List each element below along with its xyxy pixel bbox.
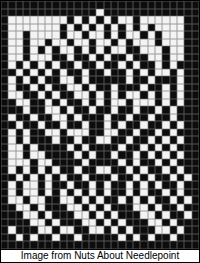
stitch-cell xyxy=(23,144,30,152)
stitch-cell xyxy=(155,136,162,144)
stitch-cell xyxy=(140,31,147,39)
canvas-cell xyxy=(96,31,103,39)
stitch-cell xyxy=(133,16,140,24)
stitch-cell xyxy=(155,99,162,107)
stitch-cell xyxy=(118,76,125,84)
stitch-cell xyxy=(177,61,184,69)
canvas-cell xyxy=(111,174,118,182)
stitch-cell xyxy=(170,151,177,159)
stitch-cell xyxy=(1,166,8,174)
stitch-cell xyxy=(16,241,23,249)
pattern-grid xyxy=(1,1,199,249)
canvas-cell xyxy=(23,16,30,24)
stitch-cell xyxy=(133,24,140,32)
canvas-cell xyxy=(45,106,52,114)
canvas-cell xyxy=(67,196,74,204)
canvas-cell xyxy=(16,196,23,204)
stitch-cell xyxy=(82,9,89,17)
stitch-cell xyxy=(74,219,81,227)
canvas-cell xyxy=(30,16,37,24)
stitch-cell xyxy=(155,151,162,159)
stitch-cell xyxy=(96,241,103,249)
stitch-cell xyxy=(8,204,15,212)
canvas-cell xyxy=(38,61,45,69)
canvas-cell xyxy=(133,234,140,242)
canvas-cell xyxy=(52,24,59,32)
canvas-cell xyxy=(60,226,67,234)
canvas-cell xyxy=(155,129,162,137)
stitch-cell xyxy=(23,196,30,204)
canvas-cell xyxy=(74,136,81,144)
canvas-cell xyxy=(23,106,30,114)
stitch-cell xyxy=(148,226,155,234)
canvas-cell xyxy=(177,46,184,54)
stitch-cell xyxy=(96,174,103,182)
canvas-cell xyxy=(8,31,15,39)
stitch-cell xyxy=(96,16,103,24)
stitch-cell xyxy=(74,181,81,189)
stitch-cell xyxy=(1,69,8,77)
stitch-cell xyxy=(104,46,111,54)
stitch-cell xyxy=(82,234,89,242)
stitch-cell xyxy=(60,24,67,32)
canvas-cell xyxy=(45,16,52,24)
canvas-cell xyxy=(60,196,67,204)
canvas-cell xyxy=(38,16,45,24)
stitch-cell xyxy=(104,99,111,107)
stitch-cell xyxy=(45,121,52,129)
stitch-cell xyxy=(89,174,96,182)
stitch-cell xyxy=(140,234,147,242)
canvas-cell xyxy=(148,54,155,62)
stitch-cell xyxy=(104,144,111,152)
canvas-cell xyxy=(30,84,37,92)
stitch-cell xyxy=(155,189,162,197)
stitch-cell xyxy=(82,189,89,197)
stitch-cell xyxy=(23,39,30,47)
canvas-cell xyxy=(74,234,81,242)
stitch-cell xyxy=(52,9,59,17)
canvas-cell xyxy=(118,196,125,204)
canvas-cell xyxy=(8,129,15,137)
canvas-cell xyxy=(170,219,177,227)
canvas-cell xyxy=(45,99,52,107)
stitch-cell xyxy=(162,114,169,122)
stitch-cell xyxy=(140,241,147,249)
canvas-cell xyxy=(38,159,45,167)
canvas-cell xyxy=(30,234,37,242)
stitch-cell xyxy=(177,1,184,9)
stitch-cell xyxy=(1,174,8,182)
stitch-cell xyxy=(23,226,30,234)
stitch-cell xyxy=(52,181,59,189)
canvas-cell xyxy=(133,91,140,99)
stitch-cell xyxy=(1,46,8,54)
stitch-cell xyxy=(111,61,118,69)
stitch-cell xyxy=(162,174,169,182)
canvas-cell xyxy=(52,234,59,242)
canvas-cell xyxy=(45,84,52,92)
canvas-cell xyxy=(140,166,147,174)
canvas-cell xyxy=(126,181,133,189)
stitch-cell xyxy=(82,226,89,234)
canvas-cell xyxy=(104,121,111,129)
stitch-cell xyxy=(118,181,125,189)
stitch-cell xyxy=(8,234,15,242)
stitch-cell xyxy=(67,211,74,219)
stitch-cell xyxy=(192,31,199,39)
canvas-cell xyxy=(82,46,89,54)
stitch-cell xyxy=(38,69,45,77)
canvas-cell xyxy=(177,136,184,144)
stitch-cell xyxy=(52,241,59,249)
canvas-cell xyxy=(118,99,125,107)
canvas-cell xyxy=(126,31,133,39)
canvas-cell xyxy=(177,24,184,32)
canvas-cell xyxy=(45,174,52,182)
stitch-cell xyxy=(170,84,177,92)
canvas-cell xyxy=(82,121,89,129)
stitch-cell xyxy=(8,9,15,17)
canvas-cell xyxy=(96,136,103,144)
stitch-cell xyxy=(126,144,133,152)
stitch-cell xyxy=(170,166,177,174)
canvas-cell xyxy=(126,69,133,77)
stitch-cell xyxy=(184,121,191,129)
canvas-cell xyxy=(111,46,118,54)
stitch-cell xyxy=(126,61,133,69)
canvas-cell xyxy=(89,16,96,24)
canvas-cell xyxy=(52,16,59,24)
canvas-cell xyxy=(170,61,177,69)
canvas-cell xyxy=(74,129,81,137)
stitch-cell xyxy=(111,54,118,62)
stitch-cell xyxy=(162,61,169,69)
stitch-cell xyxy=(184,99,191,107)
stitch-cell xyxy=(104,241,111,249)
stitch-cell xyxy=(162,9,169,17)
canvas-cell xyxy=(155,69,162,77)
stitch-cell xyxy=(104,24,111,32)
stitch-cell xyxy=(52,46,59,54)
stitch-cell xyxy=(45,9,52,17)
canvas-cell xyxy=(67,144,74,152)
stitch-cell xyxy=(67,166,74,174)
canvas-cell xyxy=(118,219,125,227)
stitch-cell xyxy=(148,84,155,92)
canvas-cell xyxy=(30,46,37,54)
stitch-cell xyxy=(148,61,155,69)
stitch-cell xyxy=(177,174,184,182)
stitch-cell xyxy=(126,84,133,92)
canvas-cell xyxy=(60,189,67,197)
stitch-cell xyxy=(45,136,52,144)
stitch-cell xyxy=(67,159,74,167)
canvas-cell xyxy=(8,84,15,92)
canvas-cell xyxy=(30,39,37,47)
stitch-cell xyxy=(67,1,74,9)
stitch-cell xyxy=(96,1,103,9)
stitch-cell xyxy=(52,121,59,129)
stitch-cell xyxy=(148,121,155,129)
stitch-cell xyxy=(96,189,103,197)
stitch-cell xyxy=(177,196,184,204)
stitch-cell xyxy=(118,211,125,219)
canvas-cell xyxy=(104,219,111,227)
canvas-cell xyxy=(8,24,15,32)
stitch-cell xyxy=(118,54,125,62)
canvas-cell xyxy=(52,219,59,227)
stitch-cell xyxy=(1,54,8,62)
canvas-cell xyxy=(74,211,81,219)
stitch-cell xyxy=(104,91,111,99)
canvas-cell xyxy=(38,39,45,47)
canvas-cell xyxy=(148,211,155,219)
stitch-cell xyxy=(118,1,125,9)
stitch-cell xyxy=(104,226,111,234)
canvas-cell xyxy=(104,129,111,137)
stitch-cell xyxy=(192,241,199,249)
canvas-cell xyxy=(30,211,37,219)
canvas-cell xyxy=(38,54,45,62)
stitch-cell xyxy=(96,114,103,122)
stitch-cell xyxy=(74,121,81,129)
canvas-cell xyxy=(177,16,184,24)
canvas-cell xyxy=(16,159,23,167)
canvas-cell xyxy=(140,181,147,189)
stitch-cell xyxy=(118,136,125,144)
stitch-cell xyxy=(162,106,169,114)
stitch-cell xyxy=(16,181,23,189)
stitch-cell xyxy=(74,24,81,32)
stitch-cell xyxy=(16,136,23,144)
canvas-cell xyxy=(177,99,184,107)
stitch-cell xyxy=(74,144,81,152)
canvas-cell xyxy=(23,181,30,189)
stitch-cell xyxy=(148,9,155,17)
stitch-cell xyxy=(30,204,37,212)
canvas-cell xyxy=(45,31,52,39)
stitch-cell xyxy=(192,46,199,54)
stitch-cell xyxy=(16,9,23,17)
stitch-cell xyxy=(74,9,81,17)
stitch-cell xyxy=(118,24,125,32)
canvas-cell xyxy=(162,16,169,24)
stitch-cell xyxy=(192,174,199,182)
stitch-cell xyxy=(111,1,118,9)
stitch-cell xyxy=(126,99,133,107)
stitch-cell xyxy=(155,91,162,99)
stitch-cell xyxy=(104,61,111,69)
stitch-cell xyxy=(126,46,133,54)
stitch-cell xyxy=(30,226,37,234)
canvas-cell xyxy=(148,151,155,159)
stitch-cell xyxy=(104,234,111,242)
stitch-cell xyxy=(170,9,177,17)
stitch-cell xyxy=(52,196,59,204)
stitch-cell xyxy=(111,234,118,242)
stitch-cell xyxy=(16,61,23,69)
stitch-cell xyxy=(155,166,162,174)
stitch-cell xyxy=(126,9,133,17)
stitch-cell xyxy=(30,136,37,144)
stitch-cell xyxy=(118,204,125,212)
stitch-cell xyxy=(192,91,199,99)
canvas-cell xyxy=(8,61,15,69)
stitch-cell xyxy=(38,136,45,144)
stitch-cell xyxy=(155,1,162,9)
stitch-cell xyxy=(30,9,37,17)
canvas-cell xyxy=(16,54,23,62)
stitch-cell xyxy=(1,1,8,9)
stitch-cell xyxy=(184,54,191,62)
stitch-cell xyxy=(38,144,45,152)
canvas-cell xyxy=(74,31,81,39)
stitch-cell xyxy=(45,39,52,47)
stitch-cell xyxy=(45,151,52,159)
stitch-cell xyxy=(148,144,155,152)
stitch-cell xyxy=(111,159,118,167)
stitch-cell xyxy=(184,234,191,242)
canvas-cell xyxy=(170,129,177,137)
stitch-cell xyxy=(1,76,8,84)
canvas-cell xyxy=(148,76,155,84)
canvas-cell xyxy=(8,181,15,189)
stitch-cell xyxy=(74,159,81,167)
stitch-cell xyxy=(23,69,30,77)
stitch-cell xyxy=(162,54,169,62)
canvas-cell xyxy=(170,31,177,39)
canvas-cell xyxy=(133,174,140,182)
stitch-cell xyxy=(1,234,8,242)
stitch-cell xyxy=(155,196,162,204)
stitch-cell xyxy=(89,166,96,174)
stitch-cell xyxy=(89,234,96,242)
stitch-cell xyxy=(184,129,191,137)
canvas-cell xyxy=(8,54,15,62)
canvas-cell xyxy=(60,16,67,24)
canvas-cell xyxy=(16,31,23,39)
stitch-cell xyxy=(23,46,30,54)
canvas-cell xyxy=(30,151,37,159)
canvas-cell xyxy=(177,181,184,189)
stitch-cell xyxy=(126,121,133,129)
canvas-cell xyxy=(111,226,118,234)
stitch-cell xyxy=(192,189,199,197)
stitch-cell xyxy=(1,24,8,32)
canvas-cell xyxy=(82,76,89,84)
stitch-cell xyxy=(148,241,155,249)
canvas-cell xyxy=(96,226,103,234)
canvas-cell xyxy=(148,136,155,144)
canvas-cell xyxy=(148,91,155,99)
stitch-cell xyxy=(1,99,8,107)
stitch-cell xyxy=(192,234,199,242)
stitch-cell xyxy=(74,99,81,107)
stitch-cell xyxy=(118,9,125,17)
canvas-cell xyxy=(30,114,37,122)
canvas-cell xyxy=(38,91,45,99)
stitch-cell xyxy=(38,9,45,17)
canvas-cell xyxy=(104,204,111,212)
stitch-cell xyxy=(126,241,133,249)
stitch-cell xyxy=(38,181,45,189)
stitch-cell xyxy=(1,106,8,114)
canvas-cell xyxy=(67,129,74,137)
stitch-cell xyxy=(67,99,74,107)
canvas-cell xyxy=(60,174,67,182)
stitch-cell xyxy=(155,121,162,129)
canvas-cell xyxy=(126,189,133,197)
stitch-cell xyxy=(60,129,67,137)
stitch-cell xyxy=(82,136,89,144)
stitch-cell xyxy=(170,226,177,234)
stitch-cell xyxy=(140,219,147,227)
stitch-cell xyxy=(45,1,52,9)
canvas-cell xyxy=(155,24,162,32)
stitch-cell xyxy=(126,39,133,47)
canvas-cell xyxy=(82,196,89,204)
stitch-cell xyxy=(16,211,23,219)
canvas-cell xyxy=(96,196,103,204)
stitch-cell xyxy=(126,174,133,182)
stitch-cell xyxy=(184,9,191,17)
canvas-cell xyxy=(23,189,30,197)
canvas-cell xyxy=(177,151,184,159)
stitch-cell xyxy=(184,181,191,189)
stitch-cell xyxy=(118,241,125,249)
canvas-cell xyxy=(170,174,177,182)
stitch-cell xyxy=(148,166,155,174)
stitch-cell xyxy=(67,234,74,242)
stitch-cell xyxy=(118,31,125,39)
stitch-cell xyxy=(170,189,177,197)
canvas-cell xyxy=(118,144,125,152)
stitch-cell xyxy=(192,84,199,92)
canvas-cell xyxy=(23,211,30,219)
canvas-cell xyxy=(133,159,140,167)
canvas-cell xyxy=(155,46,162,54)
stitch-cell xyxy=(89,91,96,99)
canvas-cell xyxy=(104,166,111,174)
canvas-cell xyxy=(155,144,162,152)
canvas-cell xyxy=(111,106,118,114)
stitch-cell xyxy=(155,174,162,182)
stitch-cell xyxy=(1,136,8,144)
canvas-cell xyxy=(38,76,45,84)
stitch-cell xyxy=(192,16,199,24)
stitch-cell xyxy=(126,159,133,167)
canvas-cell xyxy=(74,204,81,212)
canvas-cell xyxy=(170,114,177,122)
canvas-cell xyxy=(118,39,125,47)
stitch-cell xyxy=(104,76,111,84)
canvas-cell xyxy=(170,16,177,24)
stitch-cell xyxy=(118,226,125,234)
stitch-cell xyxy=(30,159,37,167)
stitch-cell xyxy=(170,181,177,189)
stitch-cell xyxy=(45,91,52,99)
canvas-cell xyxy=(45,129,52,137)
stitch-cell xyxy=(184,166,191,174)
canvas-cell xyxy=(104,39,111,47)
canvas-cell xyxy=(155,159,162,167)
canvas-cell xyxy=(133,129,140,137)
canvas-cell xyxy=(184,211,191,219)
stitch-cell xyxy=(192,54,199,62)
canvas-cell xyxy=(38,151,45,159)
stitch-cell xyxy=(1,114,8,122)
